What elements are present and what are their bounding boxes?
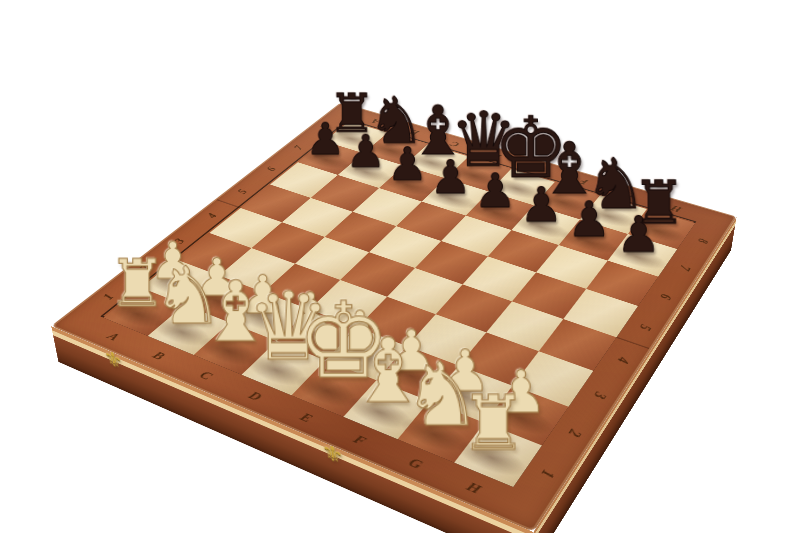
board-top-surface: AABBCCDDEEFFGGHH1122334455667788 ♜♞♝♛♚♝♞…: [51, 102, 737, 531]
black-pawn-glyph: ♟: [563, 195, 616, 244]
black-pawn-glyph: ♟: [612, 210, 666, 260]
product-photo-backdrop: AABBCCDDEEFFGGHH1122334455667788 ♜♞♝♛♚♝♞…: [0, 0, 800, 533]
black-pawn-glyph: ♟: [516, 181, 568, 229]
folding-chess-board: AABBCCDDEEFFGGHH1122334455667788 ♜♞♝♛♚♝♞…: [51, 102, 737, 531]
white-knight-glyph: ♞: [403, 350, 467, 438]
rank-label-right-8: 8: [672, 225, 733, 257]
black-pawn-glyph: ♟: [426, 154, 476, 200]
chess-set-scene: AABBCCDDEEFFGGHH1122334455667788 ♜♞♝♛♚♝♞…: [0, 0, 800, 533]
black-pawn-glyph: ♟: [470, 168, 521, 215]
white-rook-glyph: ♜: [460, 386, 526, 462]
